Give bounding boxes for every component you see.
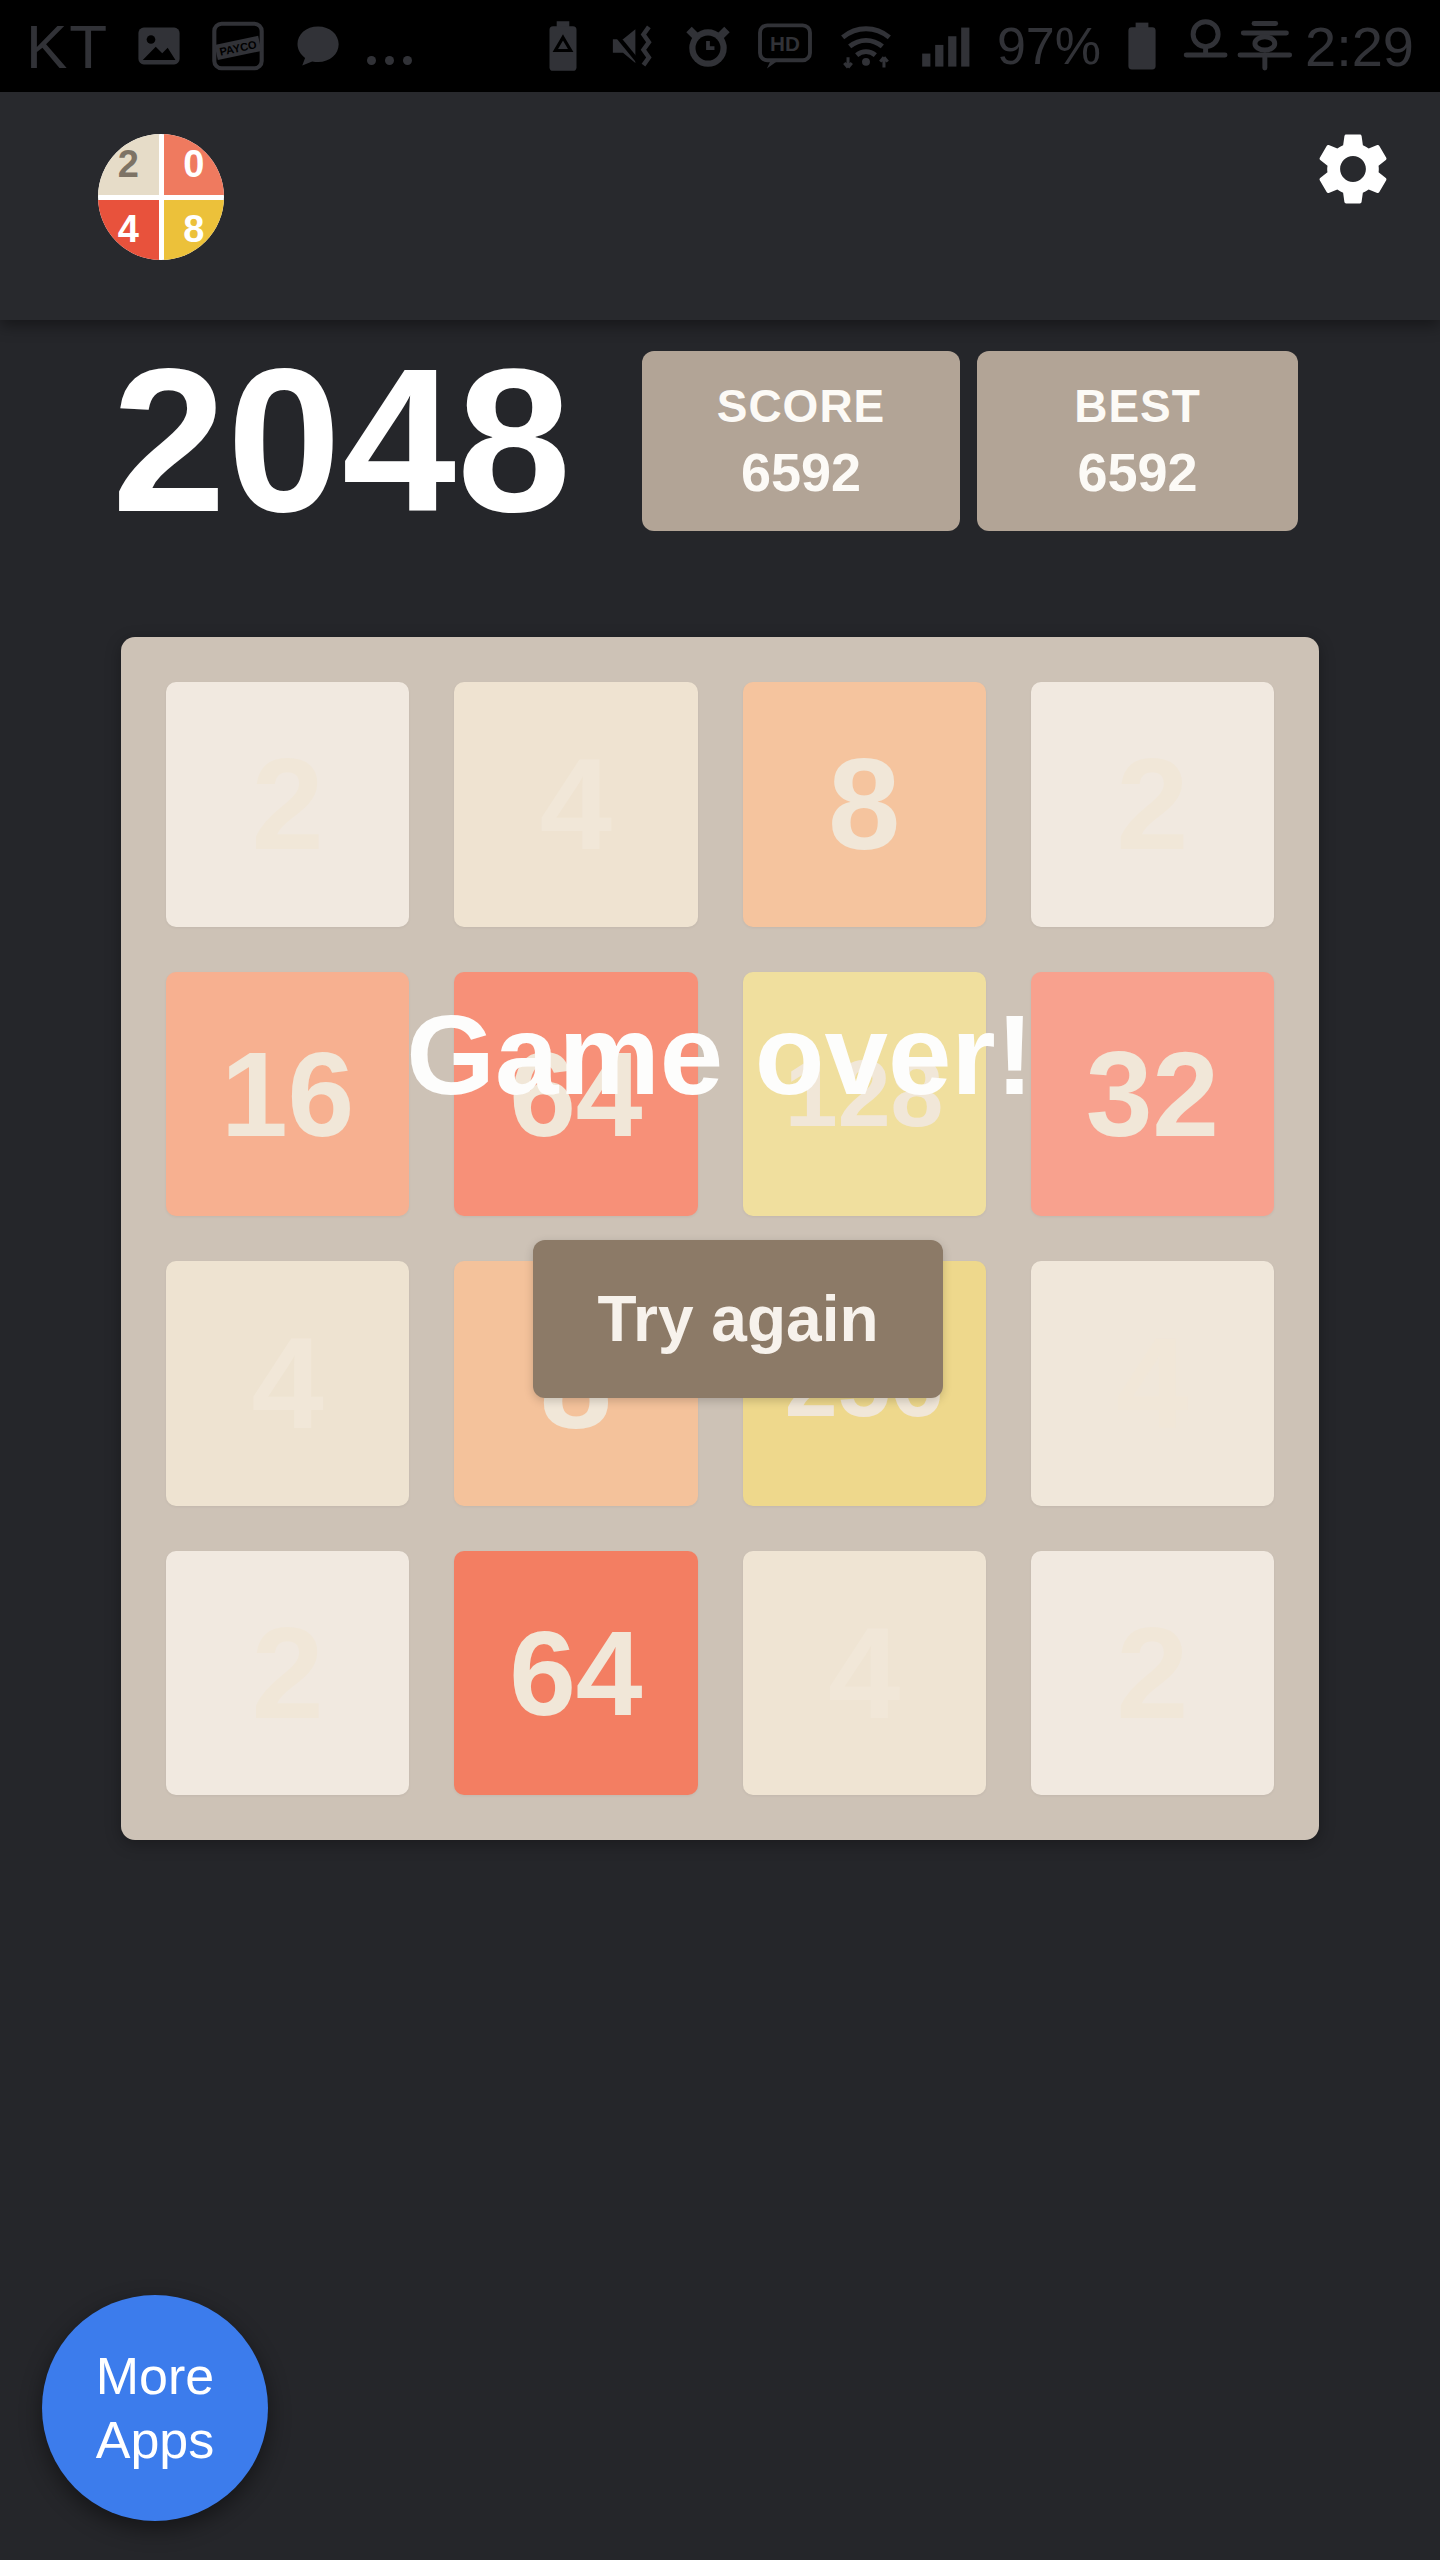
app-icon-quadrant-4: 8: [164, 200, 225, 261]
best-value: 6592: [1077, 441, 1197, 503]
hd-icon: HD: [757, 21, 813, 71]
score-label: SCORE: [717, 379, 886, 433]
clock: 2:29: [1183, 14, 1414, 79]
settings-gear-icon[interactable]: [1310, 126, 1396, 216]
tile-r1c3-8: 8: [743, 682, 986, 927]
battery-icon: [1125, 19, 1159, 73]
game-board[interactable]: 248216641283248256426442: [121, 637, 1319, 1840]
chat-bubble-icon: [291, 20, 343, 72]
app-icon-quadrant-2: 0: [164, 134, 225, 195]
best-box: BEST 6592: [977, 351, 1298, 531]
signal-icon: [919, 20, 973, 72]
status-bar-left: KT PAYCO: [26, 11, 412, 82]
tile-r3c1-4: 4: [166, 1261, 409, 1506]
game-over-message: Game over!: [0, 988, 1440, 1120]
payco-card-icon: PAYCO: [209, 17, 267, 75]
tile-r4c4-2: 2: [1031, 1551, 1274, 1796]
battery-percent: 97%: [997, 16, 1101, 76]
board-grid: 248216641283248256426442: [166, 682, 1274, 1795]
more-notifications-dots: [367, 56, 412, 65]
best-label: BEST: [1074, 379, 1201, 433]
time-meridiem-pm: [1183, 17, 1295, 75]
tile-r1c1-2: 2: [166, 682, 409, 927]
screen: KT PAYCO HD: [0, 0, 1440, 2560]
status-bar: KT PAYCO HD: [0, 0, 1440, 92]
battery-saver-icon: [545, 19, 581, 73]
gallery-icon: [133, 20, 185, 72]
tile-r4c3-4: 4: [743, 1551, 986, 1796]
app-logo-icon: 2 0 4 8: [98, 134, 224, 260]
status-bar-right: HD 97% 2:29: [545, 14, 1414, 79]
more-apps-line2: Apps: [96, 2408, 215, 2472]
vibrate-mute-icon: [605, 19, 659, 73]
app-bar: 2 0 4 8: [0, 92, 1440, 320]
score-value: 6592: [741, 441, 861, 503]
tile-r1c4-2: 2: [1031, 682, 1274, 927]
more-apps-button[interactable]: More Apps: [42, 2295, 268, 2521]
tile-r1c2-4: 4: [454, 682, 697, 927]
tile-r4c2-64: 64: [454, 1551, 697, 1796]
app-icon-quadrant-3: 4: [98, 200, 159, 261]
time-clock: 2:29: [1305, 14, 1414, 79]
tile-r4c1-2: 2: [166, 1551, 409, 1796]
app-icon-quadrant-1: 2: [98, 134, 159, 195]
alarm-icon: [683, 19, 733, 73]
carrier-label: KT: [26, 11, 109, 82]
hd-label: HD: [770, 32, 800, 55]
score-box: SCORE 6592: [642, 351, 960, 531]
game-title: 2048: [112, 330, 572, 550]
wifi-icon: [837, 18, 895, 74]
tile-r3c4-4: 4: [1031, 1261, 1274, 1506]
more-apps-line1: More: [96, 2344, 214, 2408]
try-again-button[interactable]: Try again: [533, 1240, 943, 1398]
